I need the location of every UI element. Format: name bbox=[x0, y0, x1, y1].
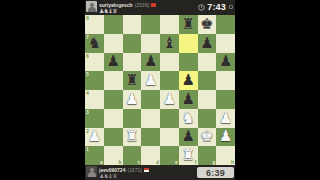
black-pawn-f5: ♟ bbox=[181, 73, 194, 88]
white-rook-c2: ♜ bbox=[125, 129, 138, 144]
square-h7[interactable] bbox=[216, 34, 235, 53]
square-b7[interactable] bbox=[104, 34, 123, 53]
square-e7[interactable]: ♝ bbox=[160, 34, 179, 53]
square-a5[interactable]: 5 bbox=[85, 71, 104, 90]
square-g2[interactable]: ♚ bbox=[198, 128, 217, 147]
app-content: suriyalogesch (1539) ♟♞♝♛ 7:43 8♜♚7♞♝♟6♟… bbox=[85, 0, 235, 180]
file-label-d: d bbox=[156, 160, 159, 165]
square-e3[interactable] bbox=[160, 109, 179, 128]
square-h5[interactable] bbox=[216, 71, 235, 90]
bottom-player-captured-pieces: ♟♞♝♛ bbox=[99, 173, 149, 179]
chess-board: 8♜♚7♞♝♟6♟♟♟5♜♟♟4♟♟♟3♞♟2♟♜♟♚♟1abcdef♜gh bbox=[85, 15, 235, 165]
white-pawn-d5: ♟ bbox=[144, 73, 157, 88]
file-label-b: b bbox=[118, 160, 121, 165]
square-h3[interactable]: ♟ bbox=[216, 109, 235, 128]
square-b4[interactable] bbox=[104, 90, 123, 109]
square-a7[interactable]: 7♞ bbox=[85, 34, 104, 53]
avatar-person-icon bbox=[90, 168, 94, 172]
file-label-h: h bbox=[231, 160, 234, 165]
white-king-g2: ♚ bbox=[200, 129, 213, 144]
square-b1[interactable]: b bbox=[104, 146, 123, 165]
top-player-flag-icon bbox=[151, 3, 156, 7]
bottom-player-info: jeev090724 (1671) ♟♞♝♛ bbox=[99, 165, 149, 179]
avatar-person-icon bbox=[88, 172, 96, 177]
bottom-player-flag-icon bbox=[144, 168, 149, 172]
bottom-player-bar: jeev090724 (1671) ♟♞♝♛ 6:39 bbox=[85, 165, 235, 180]
square-f5[interactable]: ♟ bbox=[179, 71, 198, 90]
square-a8[interactable]: 8 bbox=[85, 15, 104, 34]
avatar-person-icon bbox=[88, 7, 96, 12]
square-e5[interactable] bbox=[160, 71, 179, 90]
white-knight-f3: ♞ bbox=[181, 111, 194, 126]
square-f4[interactable]: ♟ bbox=[179, 90, 198, 109]
white-pawn-h3: ♟ bbox=[219, 111, 232, 126]
black-pawn-f4: ♟ bbox=[181, 92, 194, 107]
black-pawn-b6: ♟ bbox=[106, 54, 119, 69]
square-a3[interactable]: 3 bbox=[85, 109, 104, 128]
bottom-clock-box: 6:39 bbox=[197, 167, 234, 178]
square-d3[interactable] bbox=[141, 109, 160, 128]
top-clock-area: 7:43 bbox=[198, 2, 233, 12]
square-c2[interactable]: ♜ bbox=[123, 128, 142, 147]
white-pawn-h2: ♟ bbox=[219, 129, 232, 144]
square-f7[interactable] bbox=[179, 34, 198, 53]
file-label-c: c bbox=[137, 160, 140, 165]
square-b6[interactable]: ♟ bbox=[104, 53, 123, 72]
black-rook-c5: ♜ bbox=[125, 73, 138, 88]
bottom-player-avatar[interactable] bbox=[86, 166, 97, 177]
rank-label-2: 2 bbox=[86, 129, 89, 134]
square-f2[interactable]: ♟ bbox=[179, 128, 198, 147]
square-h2[interactable]: ♟ bbox=[216, 128, 235, 147]
square-d6[interactable]: ♟ bbox=[141, 53, 160, 72]
black-rook-f8: ♜ bbox=[181, 17, 194, 32]
file-label-f: f bbox=[195, 160, 197, 165]
top-player-rating: (1539) bbox=[135, 2, 149, 8]
square-f1[interactable]: f♜ bbox=[179, 146, 198, 165]
square-g8[interactable]: ♚ bbox=[198, 15, 217, 34]
screenshot: suriyalogesch (1539) ♟♞♝♛ 7:43 8♜♚7♞♝♟6♟… bbox=[0, 0, 320, 180]
square-e8[interactable] bbox=[160, 15, 179, 34]
square-e2[interactable] bbox=[160, 128, 179, 147]
rank-label-1: 1 bbox=[86, 147, 89, 152]
square-c8[interactable] bbox=[123, 15, 142, 34]
square-d5[interactable]: ♟ bbox=[141, 71, 160, 90]
square-e6[interactable] bbox=[160, 53, 179, 72]
rank-label-8: 8 bbox=[86, 16, 89, 21]
top-player-avatar[interactable] bbox=[86, 1, 97, 12]
square-g6[interactable] bbox=[198, 53, 217, 72]
white-pawn-e4: ♟ bbox=[163, 92, 176, 107]
file-label-g: g bbox=[212, 160, 215, 165]
square-g4[interactable] bbox=[198, 90, 217, 109]
square-g1[interactable]: g bbox=[198, 146, 217, 165]
square-d7[interactable] bbox=[141, 34, 160, 53]
file-label-a: a bbox=[100, 160, 103, 165]
square-c4[interactable]: ♟ bbox=[123, 90, 142, 109]
avatar-person-icon bbox=[90, 3, 94, 7]
clock-icon bbox=[198, 4, 205, 11]
top-player-captured-pieces: ♟♞♝♛ bbox=[99, 8, 156, 14]
square-g5[interactable] bbox=[198, 71, 217, 90]
square-d8[interactable] bbox=[141, 15, 160, 34]
rank-label-6: 6 bbox=[86, 54, 89, 59]
white-pawn-c4: ♟ bbox=[125, 92, 138, 107]
square-d2[interactable] bbox=[141, 128, 160, 147]
black-king-g8: ♚ bbox=[200, 17, 213, 32]
file-label-e: e bbox=[175, 160, 178, 165]
black-pawn-h6: ♟ bbox=[219, 54, 232, 69]
bottom-clock: 6:39 bbox=[206, 168, 225, 178]
square-e4[interactable]: ♟ bbox=[160, 90, 179, 109]
top-player-bar: suriyalogesch (1539) ♟♞♝♛ 7:43 bbox=[85, 0, 235, 15]
rank-label-5: 5 bbox=[86, 72, 89, 77]
square-g3[interactable] bbox=[198, 109, 217, 128]
square-c7[interactable] bbox=[123, 34, 142, 53]
square-h1[interactable]: h bbox=[216, 146, 235, 165]
square-c5[interactable]: ♜ bbox=[123, 71, 142, 90]
square-f8[interactable]: ♜ bbox=[179, 15, 198, 34]
square-b5[interactable] bbox=[104, 71, 123, 90]
top-clock: 7:43 bbox=[207, 2, 226, 12]
square-e1[interactable]: e bbox=[160, 146, 179, 165]
square-c1[interactable]: c bbox=[123, 146, 142, 165]
square-a1[interactable]: 1a bbox=[85, 146, 104, 165]
square-g7[interactable]: ♟ bbox=[198, 34, 217, 53]
bottom-player-rating: (1671) bbox=[127, 167, 141, 173]
black-bishop-e7: ♝ bbox=[163, 36, 176, 51]
square-a6[interactable]: 6 bbox=[85, 53, 104, 72]
rank-label-4: 4 bbox=[86, 91, 89, 96]
black-pawn-f2: ♟ bbox=[181, 129, 194, 144]
black-knight-a7: ♞ bbox=[88, 36, 101, 51]
black-pawn-d6: ♟ bbox=[144, 54, 157, 69]
square-d4[interactable] bbox=[141, 90, 160, 109]
square-b8[interactable] bbox=[104, 15, 123, 34]
white-rook-f1: ♜ bbox=[181, 148, 194, 163]
square-d1[interactable]: d bbox=[141, 146, 160, 165]
settings-icon[interactable] bbox=[229, 5, 233, 9]
white-pawn-a2: ♟ bbox=[88, 129, 101, 144]
square-h6[interactable]: ♟ bbox=[216, 53, 235, 72]
square-c6[interactable] bbox=[123, 53, 142, 72]
black-pawn-g7: ♟ bbox=[200, 36, 213, 51]
square-a2[interactable]: 2♟ bbox=[85, 128, 104, 147]
square-b2[interactable] bbox=[104, 128, 123, 147]
rank-label-3: 3 bbox=[86, 110, 89, 115]
square-c3[interactable] bbox=[123, 109, 142, 128]
square-h4[interactable] bbox=[216, 90, 235, 109]
square-h8[interactable] bbox=[216, 15, 235, 34]
square-f3[interactable]: ♞ bbox=[179, 109, 198, 128]
square-b3[interactable] bbox=[104, 109, 123, 128]
square-f6[interactable] bbox=[179, 53, 198, 72]
rank-label-7: 7 bbox=[86, 35, 89, 40]
top-player-info: suriyalogesch (1539) ♟♞♝♛ bbox=[99, 0, 156, 14]
square-a4[interactable]: 4 bbox=[85, 90, 104, 109]
